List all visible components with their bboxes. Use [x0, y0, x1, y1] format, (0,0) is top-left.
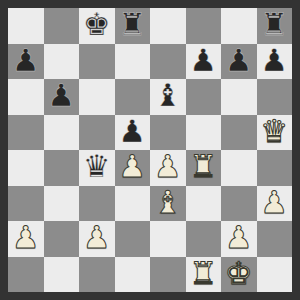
square-d6[interactable]: [115, 79, 151, 115]
square-h5[interactable]: ♛: [257, 115, 293, 151]
square-c5[interactable]: [79, 115, 115, 151]
square-f7[interactable]: ♟: [186, 44, 222, 80]
piece-white-pawn[interactable]: ♟: [118, 151, 146, 182]
piece-white-pawn[interactable]: ♟: [12, 222, 40, 253]
piece-black-bishop[interactable]: ♝: [154, 80, 182, 111]
piece-white-pawn[interactable]: ♟: [260, 187, 288, 218]
piece-black-king[interactable]: ♚: [83, 9, 111, 40]
square-f5[interactable]: [186, 115, 222, 151]
piece-black-rook[interactable]: ♜: [260, 9, 288, 40]
square-b8[interactable]: [44, 8, 80, 44]
chess-board: ♚♜♜♟♟♟♟♟♝♟♛♛♟♟♜♝♟♟♟♟♜♚: [8, 8, 292, 292]
square-a4[interactable]: [8, 150, 44, 186]
square-b2[interactable]: [44, 221, 80, 257]
square-c6[interactable]: [79, 79, 115, 115]
square-c2[interactable]: ♟: [79, 221, 115, 257]
chess-board-frame: ♚♜♜♟♟♟♟♟♝♟♛♛♟♟♜♝♟♟♟♟♜♚: [0, 0, 300, 300]
square-c1[interactable]: [79, 257, 115, 293]
piece-white-rook[interactable]: ♜: [189, 258, 217, 289]
square-f2[interactable]: [186, 221, 222, 257]
square-a7[interactable]: ♟: [8, 44, 44, 80]
piece-black-rook[interactable]: ♜: [118, 9, 146, 40]
square-d5[interactable]: ♟: [115, 115, 151, 151]
piece-black-pawn[interactable]: ♟: [225, 45, 253, 76]
square-d3[interactable]: [115, 186, 151, 222]
square-e6[interactable]: ♝: [150, 79, 186, 115]
piece-white-bishop[interactable]: ♝: [154, 187, 182, 218]
square-f4[interactable]: ♜: [186, 150, 222, 186]
square-h7[interactable]: ♟: [257, 44, 293, 80]
square-a2[interactable]: ♟: [8, 221, 44, 257]
square-b4[interactable]: [44, 150, 80, 186]
square-h8[interactable]: ♜: [257, 8, 293, 44]
piece-black-pawn[interactable]: ♟: [260, 45, 288, 76]
square-e1[interactable]: [150, 257, 186, 293]
square-d2[interactable]: [115, 221, 151, 257]
square-c4[interactable]: ♛: [79, 150, 115, 186]
piece-white-pawn[interactable]: ♟: [83, 222, 111, 253]
square-f8[interactable]: [186, 8, 222, 44]
piece-white-pawn[interactable]: ♟: [225, 222, 253, 253]
square-f3[interactable]: [186, 186, 222, 222]
square-h4[interactable]: [257, 150, 293, 186]
piece-white-pawn[interactable]: ♟: [154, 151, 182, 182]
square-a8[interactable]: [8, 8, 44, 44]
square-g4[interactable]: [221, 150, 257, 186]
piece-black-pawn[interactable]: ♟: [47, 80, 75, 111]
square-e7[interactable]: [150, 44, 186, 80]
square-b6[interactable]: ♟: [44, 79, 80, 115]
square-g3[interactable]: [221, 186, 257, 222]
square-b1[interactable]: [44, 257, 80, 293]
square-h2[interactable]: [257, 221, 293, 257]
square-g2[interactable]: ♟: [221, 221, 257, 257]
square-a5[interactable]: [8, 115, 44, 151]
square-e4[interactable]: ♟: [150, 150, 186, 186]
square-f1[interactable]: ♜: [186, 257, 222, 293]
square-b3[interactable]: [44, 186, 80, 222]
square-d4[interactable]: ♟: [115, 150, 151, 186]
square-e5[interactable]: [150, 115, 186, 151]
square-e3[interactable]: ♝: [150, 186, 186, 222]
square-g6[interactable]: [221, 79, 257, 115]
piece-white-rook[interactable]: ♜: [189, 151, 217, 182]
square-b7[interactable]: [44, 44, 80, 80]
square-h6[interactable]: [257, 79, 293, 115]
piece-black-pawn[interactable]: ♟: [118, 116, 146, 147]
square-a3[interactable]: [8, 186, 44, 222]
square-c8[interactable]: ♚: [79, 8, 115, 44]
piece-white-king[interactable]: ♚: [225, 258, 253, 289]
piece-black-pawn[interactable]: ♟: [189, 45, 217, 76]
square-c7[interactable]: [79, 44, 115, 80]
piece-black-queen[interactable]: ♛: [83, 151, 111, 182]
square-d8[interactable]: ♜: [115, 8, 151, 44]
square-e2[interactable]: [150, 221, 186, 257]
square-a6[interactable]: [8, 79, 44, 115]
square-g8[interactable]: [221, 8, 257, 44]
square-c3[interactable]: [79, 186, 115, 222]
square-g7[interactable]: ♟: [221, 44, 257, 80]
square-d7[interactable]: [115, 44, 151, 80]
square-b5[interactable]: [44, 115, 80, 151]
square-g5[interactable]: [221, 115, 257, 151]
square-d1[interactable]: [115, 257, 151, 293]
square-h3[interactable]: ♟: [257, 186, 293, 222]
piece-black-pawn[interactable]: ♟: [12, 45, 40, 76]
square-f6[interactable]: [186, 79, 222, 115]
square-h1[interactable]: [257, 257, 293, 293]
square-g1[interactable]: ♚: [221, 257, 257, 293]
square-a1[interactable]: [8, 257, 44, 293]
square-e8[interactable]: [150, 8, 186, 44]
piece-white-queen[interactable]: ♛: [260, 116, 288, 147]
